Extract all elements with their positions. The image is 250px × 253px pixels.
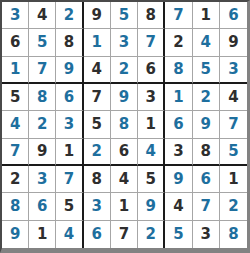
cell-r4c8[interactable]: 2 bbox=[193, 84, 220, 111]
cell-r6c5[interactable]: 6 bbox=[111, 139, 138, 166]
cell-r7c7[interactable]: 9 bbox=[165, 166, 192, 193]
cell-r2c7[interactable]: 2 bbox=[165, 29, 192, 56]
cell-r6c9[interactable]: 5 bbox=[220, 139, 247, 166]
cell-r4c3[interactable]: 6 bbox=[56, 84, 83, 111]
cell-r7c5[interactable]: 4 bbox=[111, 166, 138, 193]
cell-r3c7[interactable]: 8 bbox=[165, 57, 192, 84]
cell-r2c4[interactable]: 1 bbox=[84, 29, 111, 56]
cell-r9c1[interactable]: 9 bbox=[2, 221, 29, 248]
cell-r3c8[interactable]: 5 bbox=[193, 57, 220, 84]
cell-r4c4[interactable]: 7 bbox=[84, 84, 111, 111]
cell-r9c6[interactable]: 2 bbox=[138, 221, 165, 248]
cell-r8c5[interactable]: 1 bbox=[111, 193, 138, 220]
cell-r4c5[interactable]: 9 bbox=[111, 84, 138, 111]
cell-r1c3[interactable]: 2 bbox=[56, 2, 83, 29]
cell-r8c9[interactable]: 2 bbox=[220, 193, 247, 220]
cell-r9c9[interactable]: 8 bbox=[220, 221, 247, 248]
cell-r1c5[interactable]: 5 bbox=[111, 2, 138, 29]
cell-r5c9[interactable]: 7 bbox=[220, 111, 247, 138]
cell-r9c3[interactable]: 4 bbox=[56, 221, 83, 248]
cell-r1c2[interactable]: 4 bbox=[29, 2, 56, 29]
cell-r5c1[interactable]: 4 bbox=[2, 111, 29, 138]
cell-r9c5[interactable]: 7 bbox=[111, 221, 138, 248]
cell-r8c2[interactable]: 6 bbox=[29, 193, 56, 220]
cell-r5c5[interactable]: 8 bbox=[111, 111, 138, 138]
sudoku-board: 3429587166581372491794268535867931244235… bbox=[0, 0, 250, 253]
cell-r8c8[interactable]: 7 bbox=[193, 193, 220, 220]
cell-r2c1[interactable]: 6 bbox=[2, 29, 29, 56]
cell-r3c9[interactable]: 3 bbox=[220, 57, 247, 84]
cell-r3c5[interactable]: 2 bbox=[111, 57, 138, 84]
cell-r3c6[interactable]: 6 bbox=[138, 57, 165, 84]
cell-r6c2[interactable]: 9 bbox=[29, 139, 56, 166]
cell-r5c7[interactable]: 6 bbox=[165, 111, 192, 138]
cell-r7c1[interactable]: 2 bbox=[2, 166, 29, 193]
cell-r5c3[interactable]: 3 bbox=[56, 111, 83, 138]
cell-r6c1[interactable]: 7 bbox=[2, 139, 29, 166]
cell-r7c6[interactable]: 5 bbox=[138, 166, 165, 193]
cell-r2c8[interactable]: 4 bbox=[193, 29, 220, 56]
cell-r3c4[interactable]: 4 bbox=[84, 57, 111, 84]
cell-r7c8[interactable]: 6 bbox=[193, 166, 220, 193]
cell-r8c6[interactable]: 9 bbox=[138, 193, 165, 220]
cell-r7c2[interactable]: 3 bbox=[29, 166, 56, 193]
cell-r9c2[interactable]: 1 bbox=[29, 221, 56, 248]
cell-r5c4[interactable]: 5 bbox=[84, 111, 111, 138]
cell-r2c5[interactable]: 3 bbox=[111, 29, 138, 56]
cell-r4c6[interactable]: 3 bbox=[138, 84, 165, 111]
cell-r5c6[interactable]: 1 bbox=[138, 111, 165, 138]
cell-r9c8[interactable]: 3 bbox=[193, 221, 220, 248]
cell-r6c4[interactable]: 2 bbox=[84, 139, 111, 166]
cell-r8c3[interactable]: 5 bbox=[56, 193, 83, 220]
cell-r7c9[interactable]: 1 bbox=[220, 166, 247, 193]
cell-r1c1[interactable]: 3 bbox=[2, 2, 29, 29]
cell-r1c8[interactable]: 1 bbox=[193, 2, 220, 29]
cell-r2c3[interactable]: 8 bbox=[56, 29, 83, 56]
cell-r9c7[interactable]: 5 bbox=[165, 221, 192, 248]
cell-r8c1[interactable]: 8 bbox=[2, 193, 29, 220]
cell-r2c2[interactable]: 5 bbox=[29, 29, 56, 56]
cell-r8c4[interactable]: 3 bbox=[84, 193, 111, 220]
cell-r2c6[interactable]: 7 bbox=[138, 29, 165, 56]
cell-r2c9[interactable]: 9 bbox=[220, 29, 247, 56]
cell-r1c7[interactable]: 7 bbox=[165, 2, 192, 29]
cell-r7c4[interactable]: 8 bbox=[84, 166, 111, 193]
cell-r6c3[interactable]: 1 bbox=[56, 139, 83, 166]
cell-r5c8[interactable]: 9 bbox=[193, 111, 220, 138]
cell-r6c8[interactable]: 8 bbox=[193, 139, 220, 166]
cell-r3c1[interactable]: 1 bbox=[2, 57, 29, 84]
cell-r5c2[interactable]: 2 bbox=[29, 111, 56, 138]
cell-r6c6[interactable]: 4 bbox=[138, 139, 165, 166]
cell-r3c3[interactable]: 9 bbox=[56, 57, 83, 84]
cell-r1c4[interactable]: 9 bbox=[84, 2, 111, 29]
cell-r4c1[interactable]: 5 bbox=[2, 84, 29, 111]
cell-r4c7[interactable]: 1 bbox=[165, 84, 192, 111]
cell-r8c7[interactable]: 4 bbox=[165, 193, 192, 220]
cell-r1c6[interactable]: 8 bbox=[138, 2, 165, 29]
cell-r7c3[interactable]: 7 bbox=[56, 166, 83, 193]
cell-r4c9[interactable]: 4 bbox=[220, 84, 247, 111]
cell-r4c2[interactable]: 8 bbox=[29, 84, 56, 111]
cell-r6c7[interactable]: 3 bbox=[165, 139, 192, 166]
cell-r9c4[interactable]: 6 bbox=[84, 221, 111, 248]
cell-r1c9[interactable]: 6 bbox=[220, 2, 247, 29]
cell-r3c2[interactable]: 7 bbox=[29, 57, 56, 84]
